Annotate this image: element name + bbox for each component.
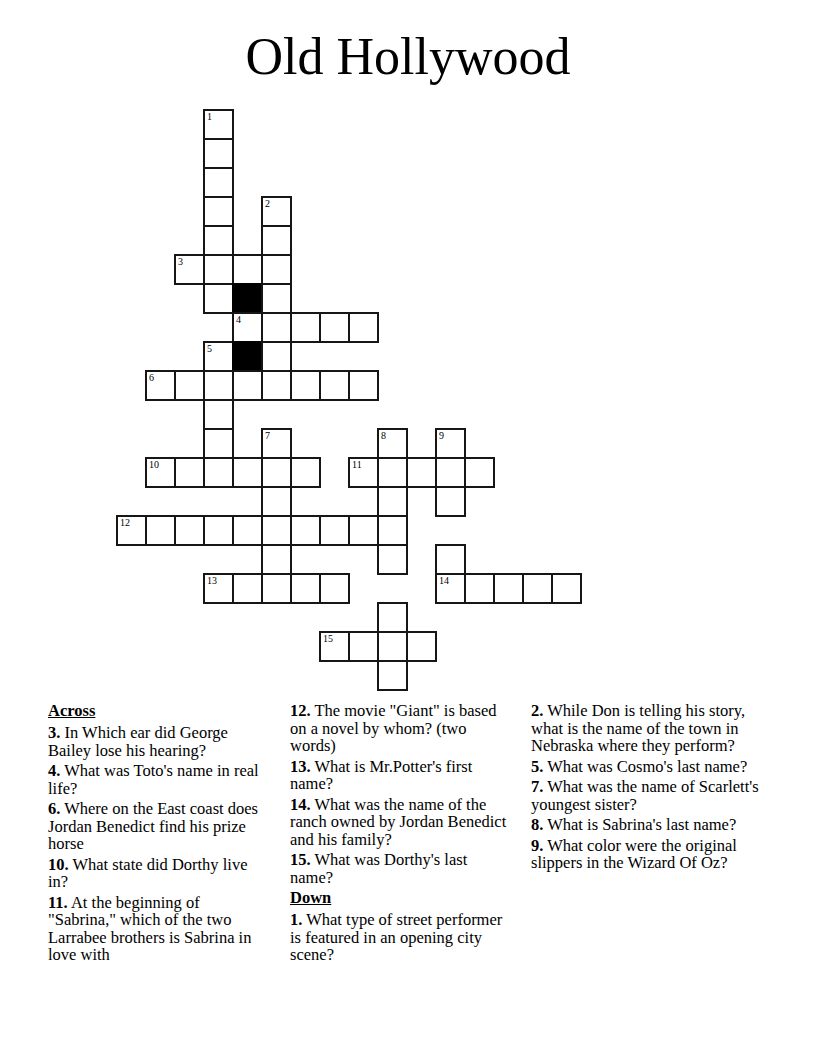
grid-cell[interactable] bbox=[406, 457, 437, 488]
grid-cell[interactable] bbox=[348, 515, 379, 546]
clue-number-label: 4. bbox=[48, 761, 60, 780]
grid-cell[interactable] bbox=[261, 254, 292, 285]
clue-number-label: 10. bbox=[48, 855, 69, 874]
black-cell bbox=[232, 283, 263, 314]
cell-number: 6 bbox=[149, 372, 154, 383]
grid-cell[interactable] bbox=[464, 573, 495, 604]
grid-cell[interactable] bbox=[377, 631, 408, 662]
grid-cell[interactable] bbox=[203, 138, 234, 169]
clue-number-label: 14. bbox=[290, 795, 311, 814]
grid-cell[interactable]: 9 bbox=[435, 428, 466, 459]
grid-cell[interactable]: 5 bbox=[203, 341, 234, 372]
grid-cell[interactable] bbox=[203, 457, 234, 488]
grid-cell[interactable]: 12 bbox=[116, 515, 147, 546]
clue-number-label: 15. bbox=[290, 850, 311, 869]
cell-number: 15 bbox=[323, 633, 333, 644]
grid-cell[interactable] bbox=[551, 573, 582, 604]
grid-cell[interactable] bbox=[261, 283, 292, 314]
clue-down-5: 5. What was Cosmo's last name? bbox=[531, 758, 764, 776]
clue-number-label: 9. bbox=[531, 836, 543, 855]
grid-cell[interactable]: 11 bbox=[348, 457, 379, 488]
grid-cell[interactable] bbox=[145, 515, 176, 546]
cell-number: 11 bbox=[352, 459, 362, 470]
clues-column-2: 12. The movie "Giant" is based on a nove… bbox=[290, 702, 507, 967]
clue-across-10: 10. What state did Dorthy live in? bbox=[48, 856, 263, 891]
grid-cell[interactable] bbox=[261, 341, 292, 372]
grid-cell[interactable] bbox=[174, 515, 205, 546]
cell-number: 2 bbox=[265, 198, 270, 209]
clue-down-7: 7. What was the name of Scarlett's young… bbox=[531, 778, 764, 813]
cell-number: 13 bbox=[207, 575, 217, 586]
cell-number: 10 bbox=[149, 459, 159, 470]
clue-number-label: 1. bbox=[290, 910, 302, 929]
grid-cell[interactable] bbox=[203, 428, 234, 459]
grid-cell[interactable]: 14 bbox=[435, 573, 466, 604]
grid-cell[interactable]: 3 bbox=[174, 254, 205, 285]
grid-cell[interactable] bbox=[261, 486, 292, 517]
grid-cell[interactable] bbox=[319, 515, 350, 546]
black-cell bbox=[232, 341, 263, 372]
grid-cell[interactable] bbox=[232, 254, 263, 285]
grid-cell[interactable] bbox=[203, 167, 234, 198]
cell-number: 12 bbox=[120, 517, 130, 528]
clue-number-label: 6. bbox=[48, 799, 60, 818]
clue-down-1: 1. What type of street performer is feat… bbox=[290, 911, 507, 964]
clue-across-15: 15. What was Dorthy's last name? bbox=[290, 851, 507, 886]
grid-cell[interactable] bbox=[203, 370, 234, 401]
grid-cell[interactable]: 8 bbox=[377, 428, 408, 459]
grid-cell[interactable]: 6 bbox=[145, 370, 176, 401]
grid-cell[interactable]: 2 bbox=[261, 196, 292, 227]
grid-cell[interactable] bbox=[348, 631, 379, 662]
grid-cell[interactable] bbox=[203, 196, 234, 227]
clue-number-label: 13. bbox=[290, 757, 311, 776]
clues-column-1: Across3. In Which ear did George Bailey … bbox=[48, 702, 263, 967]
crossword-grid: 123456789101112131415 bbox=[116, 109, 582, 691]
grid-cell[interactable] bbox=[435, 544, 466, 575]
clue-number-label: 7. bbox=[531, 777, 543, 796]
grid-cell[interactable] bbox=[522, 573, 553, 604]
grid-cell[interactable] bbox=[232, 573, 263, 604]
grid-cell[interactable] bbox=[290, 370, 321, 401]
grid-cell[interactable] bbox=[261, 515, 292, 546]
clue-down-2: 2. While Don is telling his story, what … bbox=[531, 702, 764, 755]
clues-column-3: 2. While Don is telling his story, what … bbox=[531, 702, 764, 875]
grid-cell[interactable] bbox=[203, 283, 234, 314]
grid-cell[interactable] bbox=[232, 457, 263, 488]
puzzle-title: Old Hollywood bbox=[0, 30, 816, 85]
grid-cell[interactable] bbox=[377, 515, 408, 546]
across-header: Across bbox=[48, 702, 263, 719]
cell-number: 3 bbox=[178, 256, 183, 267]
grid-cell[interactable]: 4 bbox=[232, 312, 263, 343]
grid-cell[interactable] bbox=[174, 370, 205, 401]
grid-cell[interactable] bbox=[290, 457, 321, 488]
grid-cell[interactable] bbox=[261, 457, 292, 488]
cell-number: 9 bbox=[439, 430, 444, 441]
grid-cell[interactable] bbox=[290, 573, 321, 604]
grid-cell[interactable] bbox=[464, 457, 495, 488]
crossword-page: Old Hollywood 123456789101112131415 Acro… bbox=[0, 0, 816, 1056]
grid-cell[interactable] bbox=[377, 457, 408, 488]
grid-cell[interactable] bbox=[290, 515, 321, 546]
clue-across-4: 4. What was Toto's name in real life? bbox=[48, 762, 263, 797]
grid-cell[interactable] bbox=[261, 370, 292, 401]
grid-cell[interactable] bbox=[261, 225, 292, 256]
clue-across-12: 12. The movie "Giant" is based on a nove… bbox=[290, 702, 507, 755]
clue-number-label: 11. bbox=[48, 893, 68, 912]
clue-number-label: 8. bbox=[531, 815, 543, 834]
clue-down-9: 9. What color were the original slippers… bbox=[531, 837, 764, 872]
cell-number: 14 bbox=[439, 575, 449, 586]
cell-number: 1 bbox=[207, 111, 212, 122]
grid-cell[interactable] bbox=[493, 573, 524, 604]
clue-number-label: 5. bbox=[531, 757, 543, 776]
grid-cell[interactable] bbox=[290, 312, 321, 343]
down-header: Down bbox=[290, 889, 507, 906]
grid-cell[interactable] bbox=[377, 486, 408, 517]
grid-cell[interactable] bbox=[377, 544, 408, 575]
grid-cell[interactable] bbox=[232, 515, 263, 546]
clue-across-6: 6. Where on the East coast does Jordan B… bbox=[48, 800, 263, 853]
grid-cell[interactable] bbox=[203, 254, 234, 285]
grid-cell[interactable] bbox=[319, 312, 350, 343]
clue-number-label: 3. bbox=[48, 723, 60, 742]
grid-cell[interactable] bbox=[203, 225, 234, 256]
grid-cell[interactable] bbox=[377, 660, 408, 691]
cell-number: 7 bbox=[265, 430, 270, 441]
grid-cell[interactable] bbox=[377, 602, 408, 633]
grid-cell[interactable] bbox=[203, 399, 234, 430]
grid-cell[interactable] bbox=[406, 631, 437, 662]
grid-cell[interactable] bbox=[261, 573, 292, 604]
clue-across-3: 3. In Which ear did George Bailey lose h… bbox=[48, 724, 263, 759]
clue-across-14: 14. What was the name of the ranch owned… bbox=[290, 796, 507, 849]
cell-number: 4 bbox=[236, 314, 241, 325]
clue-down-8: 8. What is Sabrina's last name? bbox=[531, 816, 764, 834]
grid-cell[interactable]: 13 bbox=[203, 573, 234, 604]
grid-cell[interactable] bbox=[232, 370, 263, 401]
grid-cell[interactable] bbox=[203, 515, 234, 546]
clue-number-label: 12. bbox=[290, 701, 311, 720]
grid-cell[interactable]: 1 bbox=[203, 109, 234, 140]
grid-cell[interactable]: 15 bbox=[319, 631, 350, 662]
cell-number: 5 bbox=[207, 343, 212, 354]
grid-cell[interactable] bbox=[435, 457, 466, 488]
grid-cell[interactable] bbox=[435, 486, 466, 517]
clue-across-11: 11. At the beginning of "Sabrina," which… bbox=[48, 894, 263, 964]
grid-cell[interactable] bbox=[319, 573, 350, 604]
grid-cell[interactable] bbox=[174, 457, 205, 488]
grid-cell[interactable]: 7 bbox=[261, 428, 292, 459]
cell-number: 8 bbox=[381, 430, 386, 441]
grid-cell[interactable] bbox=[319, 370, 350, 401]
grid-cell[interactable]: 10 bbox=[145, 457, 176, 488]
clue-across-13: 13. What is Mr.Potter's first name? bbox=[290, 758, 507, 793]
grid-cell[interactable] bbox=[348, 370, 379, 401]
grid-cell[interactable] bbox=[348, 312, 379, 343]
clue-number-label: 2. bbox=[531, 701, 543, 720]
grid-cell[interactable] bbox=[261, 544, 292, 575]
grid-cell[interactable] bbox=[261, 312, 292, 343]
